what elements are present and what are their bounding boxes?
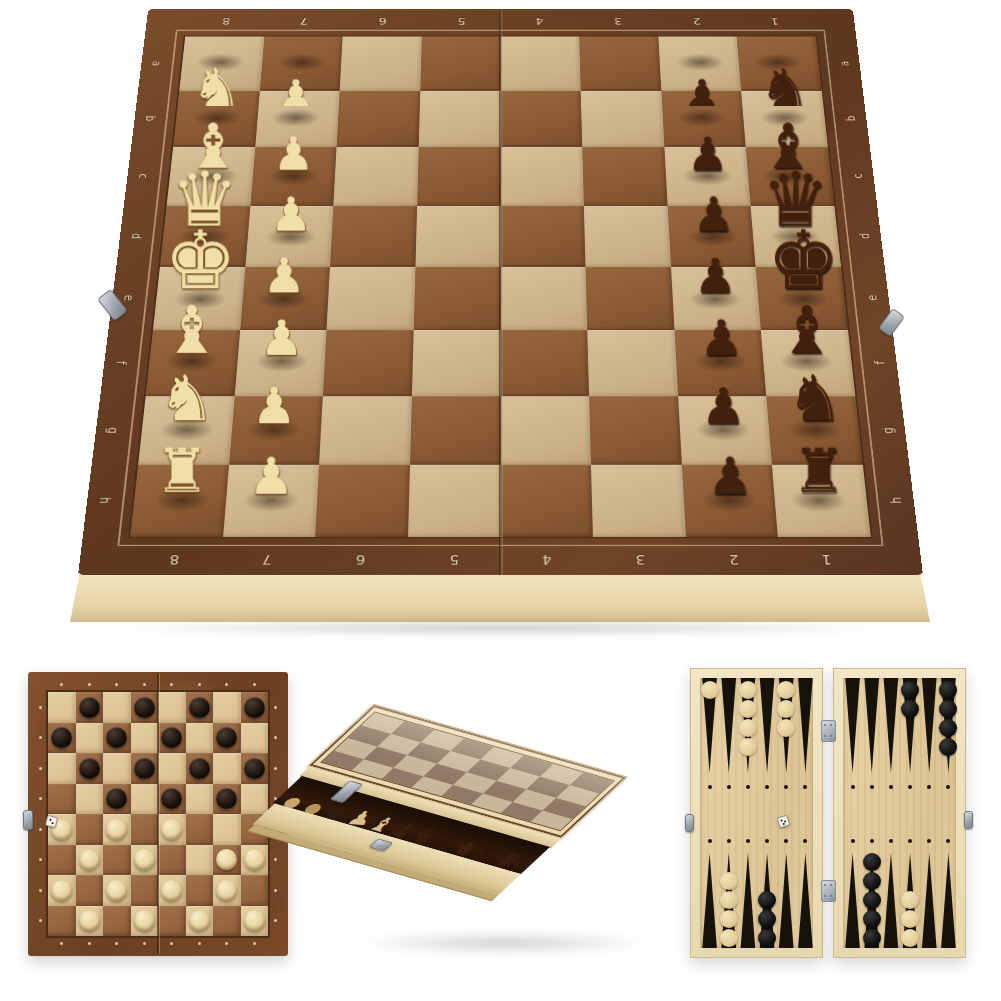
- chess-open-view: 8877665544332211aabbccddeeffgghh♜♞♝♛♚♝♞♜…: [0, 0, 1001, 660]
- checkers-square: [186, 723, 214, 754]
- frame-dot: [39, 797, 42, 800]
- chess-square: [682, 465, 779, 537]
- checkers-square: [158, 845, 186, 876]
- chess-3d-scene: 8877665544332211aabbccddeeffgghh♜♞♝♛♚♝♞♜…: [78, 30, 923, 590]
- hinge-screw: [824, 724, 826, 726]
- chess-square: [340, 37, 422, 91]
- backgammon-checker-dark: [863, 910, 881, 928]
- chess-square: [586, 267, 675, 330]
- checker-white: [106, 819, 127, 840]
- hinge-screw: [824, 735, 826, 737]
- chess-square: [229, 396, 323, 465]
- file-label: h: [97, 497, 113, 504]
- rank-label: 8: [169, 552, 180, 566]
- checkers-square: [76, 723, 104, 754]
- chess-square: [138, 396, 234, 465]
- backgammon-checker-light: [901, 910, 919, 928]
- chess-square: [661, 91, 746, 147]
- chess-square: [234, 330, 326, 396]
- backgammon-checker-dark: [758, 910, 776, 928]
- chess-square: [179, 37, 264, 91]
- checkers-square: [213, 906, 241, 937]
- checkers-square: [103, 906, 131, 937]
- backgammon-field: [843, 678, 956, 948]
- frame-dot: [143, 942, 146, 945]
- point-dot: [870, 839, 874, 843]
- frame-dot: [115, 942, 118, 945]
- frame-dot: [274, 767, 277, 770]
- backgammon-checker-dark: [863, 853, 881, 871]
- checker-white: [134, 910, 155, 931]
- checkers-square: [76, 784, 104, 815]
- checkers-square: [131, 784, 159, 815]
- chess-square: [761, 330, 855, 396]
- checkers-square: [103, 845, 131, 876]
- checkers-square: [76, 814, 104, 845]
- checker-black: [134, 758, 155, 779]
- frame-dot: [274, 736, 277, 739]
- chess-square: [751, 206, 841, 267]
- file-label: h: [888, 497, 904, 504]
- chess-square: [667, 206, 755, 267]
- checker-white: [189, 910, 210, 931]
- chess-square: [581, 91, 664, 147]
- frame-dot: [39, 706, 42, 709]
- frame-dot: [225, 942, 228, 945]
- file-label: b: [143, 116, 157, 121]
- chess-square: [255, 91, 340, 147]
- chess-square: [412, 330, 501, 396]
- chess-square: [671, 267, 761, 330]
- chess-square: [674, 330, 766, 396]
- hinge-screw: [830, 735, 832, 737]
- point-dot: [708, 839, 712, 843]
- backgammon-open-view: [690, 668, 966, 958]
- frame-dot: [39, 736, 42, 739]
- hinge-screw: [824, 895, 826, 897]
- rank-label: 7: [262, 552, 272, 566]
- checkers-square: [213, 692, 241, 723]
- backgammon-checker-light: [720, 891, 738, 909]
- chess-square: [415, 206, 500, 267]
- chess-square: [501, 396, 592, 465]
- point-dot: [708, 785, 712, 789]
- checkers-square: [186, 845, 214, 876]
- point-dot: [727, 785, 731, 789]
- rank-label: 4: [536, 16, 544, 26]
- chess-square: [501, 91, 583, 147]
- backgammon-checker-dark: [758, 891, 776, 909]
- backgammon-field: [700, 678, 813, 948]
- checker-white: [244, 910, 265, 931]
- chess-square: [501, 465, 594, 537]
- file-label: a: [837, 61, 851, 66]
- frame-dot: [253, 683, 256, 686]
- file-label: e: [121, 295, 136, 301]
- backgammon-checker-dark: [863, 872, 881, 890]
- die-pip: [780, 819, 783, 822]
- chess-square: [260, 37, 343, 91]
- die-pip: [49, 818, 51, 820]
- frame-dot: [198, 683, 201, 686]
- hinge-icon: [821, 880, 836, 902]
- chess-square: [330, 206, 417, 267]
- frame-dot: [115, 683, 118, 686]
- frame-dot: [88, 942, 91, 945]
- chess-square: [678, 396, 772, 465]
- rank-label: 8: [222, 16, 231, 26]
- checkers-square: [131, 814, 159, 845]
- rank-label: 4: [542, 552, 552, 566]
- frame-dot: [39, 919, 42, 922]
- floor-shadow: [354, 932, 654, 954]
- backgammon-checker-dark: [863, 929, 881, 947]
- checker-white: [161, 880, 182, 901]
- backgammon-checker-dark: [901, 700, 919, 718]
- chess-square: [501, 206, 586, 267]
- frame-dot: [170, 942, 173, 945]
- chess-square: [146, 330, 240, 396]
- checker-white: [79, 849, 100, 870]
- checkers-square: [213, 814, 241, 845]
- checkers-square: [158, 692, 186, 723]
- checker-black: [244, 758, 265, 779]
- rank-label: 3: [635, 552, 645, 566]
- checkers-square: [48, 784, 76, 815]
- file-label: g: [880, 427, 896, 434]
- frame-dot: [198, 942, 201, 945]
- checkers-square: [241, 875, 269, 906]
- file-label: c: [136, 174, 151, 179]
- chess-square: [245, 206, 333, 267]
- checker-white: [244, 849, 265, 870]
- chess-square: [664, 147, 751, 206]
- chess-square: [746, 147, 834, 206]
- chess-square: [167, 147, 255, 206]
- file-label: d: [857, 233, 872, 239]
- file-label: b: [844, 116, 858, 121]
- frame-dot: [143, 683, 146, 686]
- backgammon-checker-light: [739, 738, 757, 756]
- checkers-square: [48, 845, 76, 876]
- hinge-icon: [821, 720, 836, 742]
- checker-white: [106, 880, 127, 901]
- rank-label: 3: [614, 16, 622, 26]
- chess-square: [591, 465, 686, 537]
- side-latch-icon: [23, 810, 33, 830]
- die-pip: [51, 822, 53, 824]
- frame-dot: [39, 767, 42, 770]
- chess-square: [767, 396, 863, 465]
- backgammon-checker-light: [720, 872, 738, 890]
- checkers-square: [48, 753, 76, 784]
- chess-square: [160, 206, 250, 267]
- chess-square: [772, 465, 871, 537]
- hinge-screw: [830, 884, 832, 886]
- checkers-square: [103, 692, 131, 723]
- backgammon-checker-light: [739, 700, 757, 718]
- chess-square: [737, 37, 822, 91]
- chess-square: [501, 37, 581, 91]
- backgammon-checker-light: [901, 929, 919, 947]
- checkers-square: [186, 875, 214, 906]
- file-label: c: [850, 174, 865, 179]
- frame-dot: [39, 828, 42, 831]
- chess-square: [223, 465, 320, 537]
- rank-label: 7: [300, 16, 309, 26]
- frame-dot: [39, 889, 42, 892]
- checkers-square: [131, 875, 159, 906]
- frame-dot: [225, 683, 228, 686]
- chess-square: [153, 267, 245, 330]
- chess-square: [756, 267, 848, 330]
- chess-square: [417, 147, 500, 206]
- checker-black: [79, 758, 100, 779]
- chess-square: [323, 330, 414, 396]
- frame-dot: [274, 706, 277, 709]
- frame-dot: [39, 858, 42, 861]
- chess-board: 8877665544332211aabbccddeeffgghh♜♞♝♛♚♝♞♜…: [78, 9, 923, 575]
- file-label: d: [129, 233, 144, 239]
- checkers-square: [131, 723, 159, 754]
- chess-square: [334, 147, 419, 206]
- point-dot: [727, 839, 731, 843]
- chess-square: [315, 465, 410, 537]
- chess-square: [173, 91, 260, 147]
- backgammon-checker-dark: [901, 681, 919, 699]
- chess-square: [327, 267, 416, 330]
- file-label: f: [872, 361, 887, 364]
- chess-square: [419, 91, 501, 147]
- checker-black: [189, 697, 210, 718]
- side-clasp-icon: [685, 814, 694, 832]
- checkers-square: [241, 784, 269, 815]
- checkers-square: [103, 753, 131, 784]
- chess-square: [414, 267, 501, 330]
- backgammon-checker-dark: [863, 891, 881, 909]
- chess-square: [410, 396, 501, 465]
- die-pip: [783, 823, 786, 826]
- checker-black: [79, 697, 100, 718]
- backgammon-checker-light: [701, 681, 719, 699]
- checkers-square: [48, 906, 76, 937]
- checkers-square: [158, 753, 186, 784]
- checker-black: [244, 697, 265, 718]
- backgammon-left-half: [690, 668, 823, 958]
- hinge-screw: [830, 895, 832, 897]
- folded-box: ●●●♟♝♟♛♟♞♟♜: [374, 704, 628, 777]
- checkers-square: [241, 723, 269, 754]
- chess-square: [130, 465, 229, 537]
- point-dot: [746, 785, 750, 789]
- checker-white: [79, 910, 100, 931]
- checkers-square: [48, 692, 76, 723]
- chess-square: [582, 147, 667, 206]
- checkers-square: [186, 784, 214, 815]
- frame-dot: [60, 942, 63, 945]
- file-label: a: [150, 61, 164, 66]
- chess-square: [658, 37, 741, 91]
- folded-box-view: ●●●♟♝♟♛♟♞♟♜: [336, 664, 668, 980]
- file-label: g: [105, 427, 121, 434]
- rank-label: 2: [728, 552, 738, 566]
- rank-label: 2: [692, 16, 701, 26]
- checker-black: [134, 697, 155, 718]
- file-label: e: [864, 295, 879, 301]
- chess-square: [587, 330, 678, 396]
- backgammon-checker-dark: [758, 929, 776, 947]
- frame-dot: [274, 889, 277, 892]
- chess-square: [589, 396, 681, 465]
- chess-square: [579, 37, 661, 91]
- point-dot: [870, 785, 874, 789]
- checker-white: [51, 880, 72, 901]
- backgammon-checker-light: [739, 681, 757, 699]
- frame-dot: [253, 942, 256, 945]
- checkers-square: [76, 875, 104, 906]
- checker-white: [161, 819, 182, 840]
- chess-square: [741, 91, 828, 147]
- rank-label: 1: [770, 16, 779, 26]
- point-dot: [851, 839, 855, 843]
- point-dot: [851, 785, 855, 789]
- checker-white: [216, 880, 237, 901]
- backgammon-checker-light: [739, 719, 757, 737]
- frame-dot: [274, 858, 277, 861]
- chess-play-area: [130, 37, 871, 537]
- chess-square: [408, 465, 501, 537]
- hinge-screw: [830, 724, 832, 726]
- backgammon-checker-light: [901, 891, 919, 909]
- frame-dot: [60, 683, 63, 686]
- chess-square: [501, 330, 590, 396]
- rank-label: 5: [457, 16, 465, 26]
- chess-square: [337, 91, 420, 147]
- chess-square: [501, 147, 584, 206]
- rank-label: 5: [449, 552, 459, 566]
- backgammon-checker-light: [720, 910, 738, 928]
- chess-square: [420, 37, 500, 91]
- backgammon-right-half: [833, 668, 966, 958]
- rank-label: 6: [379, 16, 387, 26]
- chess-square: [501, 267, 588, 330]
- chess-square: [240, 267, 330, 330]
- rank-label: 1: [821, 552, 832, 566]
- side-clasp-icon: [964, 811, 973, 829]
- board-fold-seam: [157, 674, 159, 954]
- chess-square: [584, 206, 671, 267]
- checkers-overhead-view: [28, 672, 288, 956]
- frame-dot: [274, 919, 277, 922]
- chess-square: [319, 396, 411, 465]
- frame-dot: [88, 683, 91, 686]
- rank-label: 6: [356, 552, 366, 566]
- point-dot: [746, 839, 750, 843]
- chess-square: [250, 147, 337, 206]
- point-dot: [889, 785, 893, 789]
- product-photo: 8877665544332211aabbccddeeffgghh♜♞♝♛♚♝♞♜…: [0, 0, 1001, 1001]
- checkers-square: [158, 906, 186, 937]
- file-label: f: [114, 361, 129, 364]
- checkers-square: [186, 814, 214, 845]
- backgammon-checker-light: [720, 929, 738, 947]
- point-dot: [889, 839, 893, 843]
- hinge-screw: [824, 884, 826, 886]
- checkers-square: [213, 753, 241, 784]
- frame-dot: [170, 683, 173, 686]
- checker-white: [134, 849, 155, 870]
- checker-black: [189, 758, 210, 779]
- box-front-side: [70, 575, 930, 624]
- floor-shadow: [95, 620, 905, 636]
